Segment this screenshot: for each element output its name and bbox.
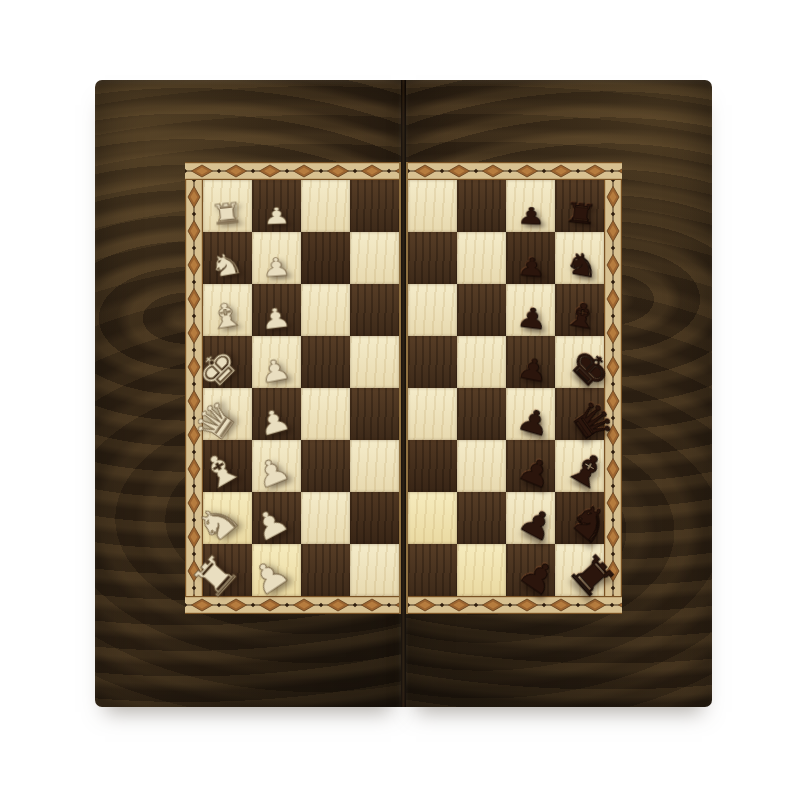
board-square[interactable] xyxy=(301,336,350,388)
border-band-top-right xyxy=(408,162,622,180)
board-square[interactable] xyxy=(350,440,399,492)
board-square[interactable]: ♝ xyxy=(555,284,604,336)
board-square[interactable] xyxy=(408,388,457,440)
board-square[interactable]: ♚ xyxy=(555,336,604,388)
board-square[interactable] xyxy=(350,180,399,232)
board-square[interactable]: ♛ xyxy=(203,388,252,440)
white-pawn[interactable]: ♟ xyxy=(250,451,295,495)
board-square[interactable] xyxy=(350,284,399,336)
board-square[interactable] xyxy=(301,440,350,492)
white-pawn[interactable]: ♟ xyxy=(253,402,293,441)
folding-chess-case: ♜♟♞♟♝♟♚♟♛♟♝♟♞♟♜♟ ♟♜♟♞♟♝♟♚♟♛♟♝♟♞♟♜ xyxy=(95,80,712,707)
black-bishop[interactable]: ♝ xyxy=(560,296,602,335)
board-square[interactable]: ♟ xyxy=(506,388,555,440)
board-square[interactable] xyxy=(457,492,506,544)
white-pawn[interactable]: ♟ xyxy=(256,353,292,387)
board-square[interactable]: ♟ xyxy=(252,180,301,232)
white-pawn[interactable]: ♟ xyxy=(260,254,291,281)
chessboard-right-half: ♟♜♟♞♟♝♟♚♟♛♟♝♟♞♟♜ xyxy=(406,162,622,614)
board-square[interactable] xyxy=(301,388,350,440)
board-square[interactable] xyxy=(408,180,457,232)
white-rook[interactable]: ♜ xyxy=(209,199,245,230)
board-square[interactable] xyxy=(457,544,506,596)
black-knight[interactable]: ♞ xyxy=(562,247,601,282)
board-square[interactable] xyxy=(350,336,399,388)
board-square[interactable] xyxy=(301,180,350,232)
board-square[interactable]: ♟ xyxy=(252,232,301,284)
board-square[interactable] xyxy=(301,232,350,284)
white-pawn[interactable]: ♟ xyxy=(247,501,295,549)
board-square[interactable] xyxy=(408,232,457,284)
board-square[interactable]: ♟ xyxy=(252,440,301,492)
board-square[interactable] xyxy=(301,284,350,336)
border-band-top-left xyxy=(185,162,399,180)
board-square[interactable] xyxy=(408,492,457,544)
board-square[interactable] xyxy=(408,284,457,336)
board-square[interactable]: ♞ xyxy=(555,232,604,284)
board-square[interactable]: ♟ xyxy=(252,544,301,596)
board-square[interactable]: ♟ xyxy=(252,388,301,440)
board-square[interactable]: ♟ xyxy=(506,492,555,544)
board-square[interactable]: ♚ xyxy=(203,336,252,388)
board-square[interactable]: ♟ xyxy=(506,232,555,284)
board-square[interactable] xyxy=(457,284,506,336)
photo-canvas: ♜♟♞♟♝♟♚♟♛♟♝♟♞♟♜♟ ♟♜♟♞♟♝♟♚♟♛♟♝♟♞♟♜ xyxy=(0,0,800,800)
black-pawn[interactable]: ♟ xyxy=(514,353,550,387)
white-pawn[interactable]: ♟ xyxy=(258,303,292,334)
case-right-half: ♟♜♟♞♟♝♟♚♟♛♟♝♟♞♟♜ xyxy=(406,80,712,707)
board-square[interactable]: ♝ xyxy=(203,284,252,336)
board-square[interactable] xyxy=(457,180,506,232)
board-square[interactable] xyxy=(301,492,350,544)
board-square[interactable]: ♞ xyxy=(203,232,252,284)
board-square[interactable]: ♞ xyxy=(555,492,604,544)
board-square[interactable]: ♟ xyxy=(252,336,301,388)
board-square[interactable] xyxy=(350,232,399,284)
black-pawn[interactable]: ♟ xyxy=(516,204,545,228)
board-square[interactable] xyxy=(457,336,506,388)
board-square[interactable]: ♞ xyxy=(203,492,252,544)
black-pawn[interactable]: ♟ xyxy=(513,402,553,441)
case-left-half: ♜♟♞♟♝♟♚♟♛♟♝♟♞♟♜♟ xyxy=(95,80,401,707)
board-square[interactable]: ♝ xyxy=(555,440,604,492)
board-square[interactable]: ♟ xyxy=(252,492,301,544)
board-square[interactable]: ♟ xyxy=(506,284,555,336)
board-square[interactable]: ♟ xyxy=(252,284,301,336)
board-square[interactable] xyxy=(457,232,506,284)
board-square[interactable] xyxy=(408,336,457,388)
board-square[interactable]: ♟ xyxy=(506,440,555,492)
board-square[interactable] xyxy=(350,492,399,544)
white-pawn[interactable]: ♟ xyxy=(262,204,291,228)
board-square[interactable] xyxy=(301,544,350,596)
white-bishop[interactable]: ♝ xyxy=(204,296,246,335)
board-square[interactable] xyxy=(457,440,506,492)
board-square[interactable]: ♟ xyxy=(506,544,555,596)
board-square[interactable]: ♝ xyxy=(203,440,252,492)
board-square[interactable]: ♛ xyxy=(555,388,604,440)
board-square[interactable]: ♜ xyxy=(555,180,604,232)
board-square[interactable] xyxy=(457,388,506,440)
board-grid-left: ♜♟♞♟♝♟♚♟♛♟♝♟♞♟♜♟ xyxy=(203,180,399,596)
black-pawn[interactable]: ♟ xyxy=(516,254,547,281)
board-grid-right: ♟♜♟♞♟♝♟♚♟♛♟♝♟♞♟♜ xyxy=(408,180,604,596)
board-square[interactable] xyxy=(350,544,399,596)
board-square[interactable]: ♟ xyxy=(506,180,555,232)
board-square[interactable] xyxy=(408,440,457,492)
white-knight[interactable]: ♞ xyxy=(206,247,245,282)
black-pawn[interactable]: ♟ xyxy=(515,303,549,334)
black-pawn[interactable]: ♟ xyxy=(513,451,558,495)
chessboard-left-half: ♜♟♞♟♝♟♚♟♛♟♝♟♞♟♜♟ xyxy=(185,162,401,614)
board-square[interactable] xyxy=(350,388,399,440)
board-square[interactable] xyxy=(408,544,457,596)
board-square[interactable]: ♟ xyxy=(506,336,555,388)
board-square[interactable]: ♜ xyxy=(203,180,252,232)
black-pawn[interactable]: ♟ xyxy=(513,501,561,549)
black-rook[interactable]: ♜ xyxy=(563,199,599,230)
